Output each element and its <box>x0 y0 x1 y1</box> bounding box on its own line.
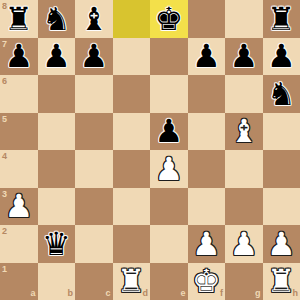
square-f4[interactable] <box>188 150 226 188</box>
square-b5[interactable] <box>38 113 76 151</box>
square-h2[interactable]: ♟ <box>263 225 301 263</box>
square-c4[interactable] <box>75 150 113 188</box>
square-g3[interactable] <box>225 188 263 226</box>
chess-board: 8♜♞♝♚♜7♟♟♟♟♟♟6♞5♟♝4♟3♟2♛♟♟♟1abcd♜ef♚gh♜ <box>0 0 300 300</box>
piece-white-pawn-h2[interactable]: ♟ <box>263 225 301 263</box>
piece-black-king-e8[interactable]: ♚ <box>150 0 188 38</box>
square-c1[interactable]: c <box>75 263 113 300</box>
square-g4[interactable] <box>225 150 263 188</box>
piece-black-pawn-c7[interactable]: ♟ <box>75 38 113 76</box>
square-g1[interactable]: g <box>225 263 263 300</box>
piece-black-pawn-g7[interactable]: ♟ <box>225 38 263 76</box>
file-label-g: g <box>255 289 261 298</box>
square-h3[interactable] <box>263 188 301 226</box>
square-g8[interactable] <box>225 0 263 38</box>
piece-black-knight-b8[interactable]: ♞ <box>38 0 76 38</box>
square-b2[interactable]: ♛ <box>38 225 76 263</box>
square-c3[interactable] <box>75 188 113 226</box>
square-f5[interactable] <box>188 113 226 151</box>
piece-white-pawn-f2[interactable]: ♟ <box>188 225 226 263</box>
square-f7[interactable]: ♟ <box>188 38 226 76</box>
piece-black-pawn-a7[interactable]: ♟ <box>0 38 38 76</box>
square-e5[interactable]: ♟ <box>150 113 188 151</box>
square-f2[interactable]: ♟ <box>188 225 226 263</box>
square-b1[interactable]: b <box>38 263 76 300</box>
square-g7[interactable]: ♟ <box>225 38 263 76</box>
square-d3[interactable] <box>113 188 151 226</box>
square-c6[interactable] <box>75 75 113 113</box>
square-e3[interactable] <box>150 188 188 226</box>
square-f8[interactable] <box>188 0 226 38</box>
piece-black-pawn-f7[interactable]: ♟ <box>188 38 226 76</box>
piece-black-rook-h8[interactable]: ♜ <box>263 0 301 38</box>
file-label-e: e <box>180 289 185 298</box>
piece-black-bishop-c8[interactable]: ♝ <box>75 0 113 38</box>
square-h4[interactable] <box>263 150 301 188</box>
piece-white-pawn-a3[interactable]: ♟ <box>0 188 38 226</box>
square-b3[interactable] <box>38 188 76 226</box>
square-d2[interactable] <box>113 225 151 263</box>
square-d4[interactable] <box>113 150 151 188</box>
square-h7[interactable]: ♟ <box>263 38 301 76</box>
square-b4[interactable] <box>38 150 76 188</box>
square-d6[interactable] <box>113 75 151 113</box>
square-d5[interactable] <box>113 113 151 151</box>
square-c7[interactable]: ♟ <box>75 38 113 76</box>
square-c5[interactable] <box>75 113 113 151</box>
square-h5[interactable] <box>263 113 301 151</box>
square-h6[interactable]: ♞ <box>263 75 301 113</box>
square-b8[interactable]: ♞ <box>38 0 76 38</box>
square-e8[interactable]: ♚ <box>150 0 188 38</box>
file-label-c: c <box>105 289 110 298</box>
square-e1[interactable]: e <box>150 263 188 300</box>
square-a2[interactable]: 2 <box>0 225 38 263</box>
square-d1[interactable]: d♜ <box>113 263 151 300</box>
square-d8[interactable] <box>113 0 151 38</box>
piece-white-rook-d1[interactable]: ♜ <box>113 263 151 300</box>
square-c2[interactable] <box>75 225 113 263</box>
square-g5[interactable]: ♝ <box>225 113 263 151</box>
piece-white-pawn-g2[interactable]: ♟ <box>225 225 263 263</box>
square-h1[interactable]: h♜ <box>263 263 301 300</box>
piece-black-pawn-e5[interactable]: ♟ <box>150 113 188 151</box>
square-g6[interactable] <box>225 75 263 113</box>
square-e4[interactable]: ♟ <box>150 150 188 188</box>
square-c8[interactable]: ♝ <box>75 0 113 38</box>
square-e7[interactable] <box>150 38 188 76</box>
piece-black-rook-a8[interactable]: ♜ <box>0 0 38 38</box>
rank-label-2: 2 <box>2 227 7 236</box>
square-a7[interactable]: 7♟ <box>0 38 38 76</box>
file-label-b: b <box>68 289 74 298</box>
file-label-a: a <box>30 289 35 298</box>
square-g2[interactable]: ♟ <box>225 225 263 263</box>
square-a8[interactable]: 8♜ <box>0 0 38 38</box>
square-b7[interactable]: ♟ <box>38 38 76 76</box>
square-e2[interactable] <box>150 225 188 263</box>
piece-white-king-f1[interactable]: ♚ <box>188 263 226 300</box>
piece-black-pawn-h7[interactable]: ♟ <box>263 38 301 76</box>
square-f3[interactable] <box>188 188 226 226</box>
square-b6[interactable] <box>38 75 76 113</box>
rank-label-5: 5 <box>2 115 7 124</box>
piece-black-queen-b2[interactable]: ♛ <box>38 225 76 263</box>
square-a3[interactable]: 3♟ <box>0 188 38 226</box>
piece-black-knight-h6[interactable]: ♞ <box>263 75 301 113</box>
piece-white-pawn-e4[interactable]: ♟ <box>150 150 188 188</box>
square-h8[interactable]: ♜ <box>263 0 301 38</box>
square-a1[interactable]: 1a <box>0 263 38 300</box>
square-f6[interactable] <box>188 75 226 113</box>
square-d7[interactable] <box>113 38 151 76</box>
square-a5[interactable]: 5 <box>0 113 38 151</box>
rank-label-6: 6 <box>2 77 7 86</box>
piece-black-pawn-b7[interactable]: ♟ <box>38 38 76 76</box>
rank-label-4: 4 <box>2 152 7 161</box>
piece-white-rook-h1[interactable]: ♜ <box>263 263 301 300</box>
square-f1[interactable]: f♚ <box>188 263 226 300</box>
square-e6[interactable] <box>150 75 188 113</box>
square-a6[interactable]: 6 <box>0 75 38 113</box>
piece-white-bishop-g5[interactable]: ♝ <box>225 113 263 151</box>
square-a4[interactable]: 4 <box>0 150 38 188</box>
rank-label-1: 1 <box>2 265 7 274</box>
